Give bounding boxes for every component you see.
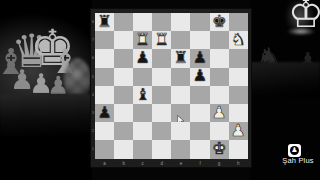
square-a6[interactable] [95, 49, 114, 67]
square-c8[interactable] [133, 13, 152, 31]
mouse-cursor-icon [177, 111, 185, 122]
square-h6[interactable] [229, 49, 248, 67]
square-d3[interactable] [152, 104, 171, 122]
square-d8[interactable] [152, 13, 171, 31]
black-pawn: ♟ [193, 50, 208, 67]
white-rook: ♜ [135, 32, 150, 49]
white-pawn: ♟ [212, 104, 227, 121]
board-grid: ♜♚♜♜♞♟♜♟♟♝♟♟♟♚ [95, 13, 248, 159]
square-f8[interactable] [190, 13, 209, 31]
black-bishop: ♝ [135, 86, 150, 103]
square-d1[interactable] [152, 140, 171, 158]
square-b8[interactable] [114, 13, 133, 31]
square-d5[interactable] [152, 68, 171, 86]
rank-label-5: 5 [91, 68, 95, 86]
video-frame: ♝ ♛ ♚ ♝ ♟ ♟ ♟ ♔ ♞ ♟ ♜♚♜♜♞♟♜♟♟♝♟♟♟♚ 87654… [0, 0, 320, 180]
square-f7[interactable] [190, 31, 209, 49]
square-f4[interactable] [190, 86, 209, 104]
file-label-g: g [210, 160, 229, 167]
square-f2[interactable] [190, 122, 209, 140]
square-h2[interactable]: ♟ [229, 122, 248, 140]
chess-board: ♜♚♜♜♞♟♜♟♟♝♟♟♟♚ 87654321 abcdefgh [91, 9, 251, 167]
black-pawn: ♟ [97, 104, 112, 121]
square-c6[interactable]: ♟ [133, 49, 152, 67]
square-b1[interactable] [114, 140, 133, 158]
file-labels: abcdefgh [95, 160, 248, 167]
file-label-h: h [229, 160, 248, 167]
square-a3[interactable]: ♟ [95, 104, 114, 122]
white-king: ♚ [212, 141, 227, 158]
rank-labels: 87654321 [91, 13, 95, 159]
square-h8[interactable] [229, 13, 248, 31]
square-b4[interactable] [114, 86, 133, 104]
square-c1[interactable] [133, 140, 152, 158]
black-king: ♚ [212, 13, 227, 30]
decorative-reflection [283, 27, 319, 36]
square-e6[interactable]: ♜ [171, 49, 190, 67]
square-f3[interactable] [190, 104, 209, 122]
rank-label-6: 6 [91, 49, 95, 67]
background-photo-right: ♔ ♞ ♟ [250, 0, 320, 180]
square-d2[interactable] [152, 122, 171, 140]
decorative-table-surface [0, 94, 92, 136]
white-knight: ♞ [231, 32, 246, 49]
square-e1[interactable] [171, 140, 190, 158]
file-label-c: c [133, 160, 152, 167]
rank-label-1: 1 [91, 140, 95, 158]
square-b7[interactable] [114, 31, 133, 49]
logo-pawn-icon: ♟ [291, 147, 297, 154]
square-a2[interactable] [95, 122, 114, 140]
square-b3[interactable] [114, 104, 133, 122]
square-d7[interactable]: ♜ [152, 31, 171, 49]
square-c4[interactable]: ♝ [133, 86, 152, 104]
white-pawn: ♟ [231, 122, 246, 139]
white-rook: ♜ [154, 32, 169, 49]
square-h1[interactable] [229, 140, 248, 158]
square-b5[interactable] [114, 68, 133, 86]
rank-label-2: 2 [91, 122, 95, 140]
square-b6[interactable] [114, 49, 133, 67]
square-g3[interactable]: ♟ [210, 104, 229, 122]
file-label-a: a [95, 160, 114, 167]
square-g7[interactable] [210, 31, 229, 49]
square-f5[interactable]: ♟ [190, 68, 209, 86]
square-h3[interactable] [229, 104, 248, 122]
rank-label-3: 3 [91, 104, 95, 122]
rank-label-4: 4 [91, 86, 95, 104]
file-label-d: d [152, 160, 171, 167]
watermark-channel-name: Şah Plus [274, 156, 320, 165]
square-f6[interactable]: ♟ [190, 49, 209, 67]
square-g8[interactable]: ♚ [210, 13, 229, 31]
square-c3[interactable] [133, 104, 152, 122]
square-c5[interactable] [133, 68, 152, 86]
square-g1[interactable]: ♚ [210, 140, 229, 158]
square-c2[interactable] [133, 122, 152, 140]
square-c7[interactable]: ♜ [133, 31, 152, 49]
decorative-table-surface [250, 62, 320, 96]
black-pawn: ♟ [193, 68, 208, 85]
square-g6[interactable] [210, 49, 229, 67]
square-e4[interactable] [171, 86, 190, 104]
square-e2[interactable] [171, 122, 190, 140]
square-f1[interactable] [190, 140, 209, 158]
square-a8[interactable]: ♜ [95, 13, 114, 31]
logo-circle: ♟ [290, 146, 299, 155]
background-photo-left: ♝ ♛ ♚ ♝ ♟ ♟ ♟ [0, 0, 92, 180]
square-e8[interactable] [171, 13, 190, 31]
file-label-f: f [190, 160, 209, 167]
rank-label-8: 8 [91, 13, 95, 31]
black-rook: ♜ [97, 13, 112, 30]
square-d6[interactable] [152, 49, 171, 67]
file-label-b: b [114, 160, 133, 167]
square-a5[interactable] [95, 68, 114, 86]
black-pawn: ♟ [135, 50, 150, 67]
square-e7[interactable] [171, 31, 190, 49]
square-g2[interactable] [210, 122, 229, 140]
square-h7[interactable]: ♞ [229, 31, 248, 49]
square-g5[interactable] [210, 68, 229, 86]
square-a1[interactable] [95, 140, 114, 158]
square-h5[interactable] [229, 68, 248, 86]
square-e5[interactable] [171, 68, 190, 86]
square-h4[interactable] [229, 86, 248, 104]
square-d4[interactable] [152, 86, 171, 104]
black-rook: ♜ [174, 50, 189, 67]
square-b2[interactable] [114, 122, 133, 140]
rank-label-7: 7 [91, 31, 95, 49]
square-e3[interactable] [171, 104, 190, 122]
square-g4[interactable] [210, 86, 229, 104]
square-a7[interactable] [95, 31, 114, 49]
file-label-e: e [171, 160, 190, 167]
square-a4[interactable] [95, 86, 114, 104]
